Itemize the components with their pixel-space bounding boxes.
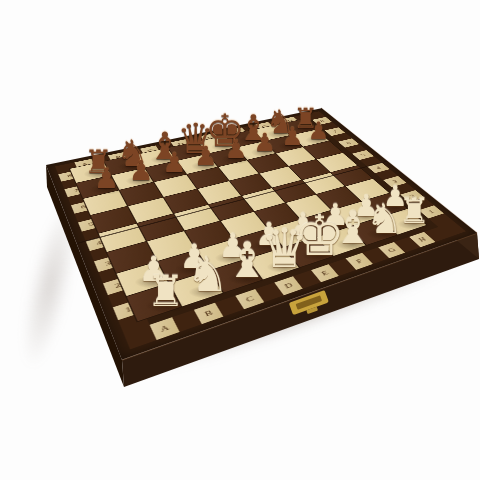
photo-scene: ABCDEFGH ABCDEFGH 87654321 87654321 ♜♞♝♛… [0,0,480,480]
